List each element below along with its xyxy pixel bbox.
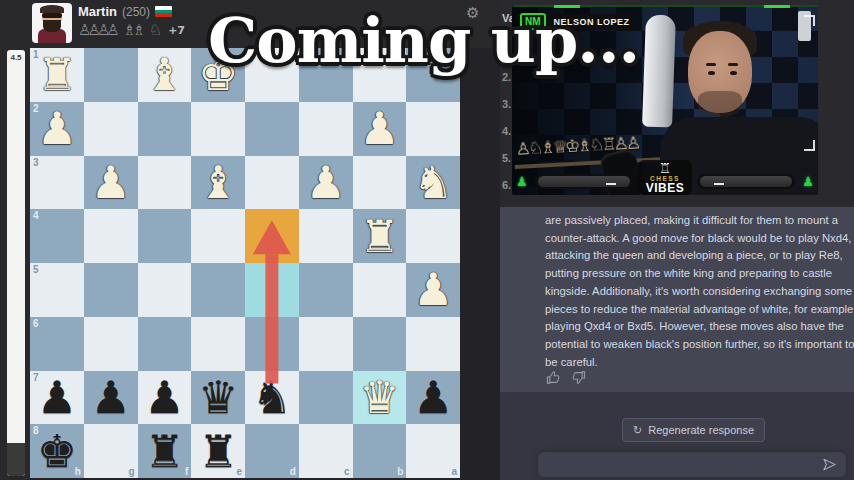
- square-g7[interactable]: ♟: [84, 371, 138, 425]
- white-rook[interactable]: ♜: [353, 209, 407, 263]
- square-c8[interactable]: c: [299, 424, 353, 478]
- thumbs-up-icon[interactable]: [546, 370, 561, 385]
- square-e2[interactable]: [191, 102, 245, 156]
- square-h2[interactable]: 2♟: [30, 102, 84, 156]
- rank-label: 6: [33, 318, 39, 329]
- evaluation-value: 4.5: [7, 53, 25, 62]
- square-f5[interactable]: [138, 263, 192, 317]
- chat-line: putting pressure on the white king and p…: [545, 265, 837, 283]
- black-pawn[interactable]: ♟: [84, 371, 138, 425]
- square-a2[interactable]: [406, 102, 460, 156]
- square-b4[interactable]: ♜: [353, 209, 407, 263]
- eval-sidebar: 4.5: [0, 0, 30, 480]
- square-f6[interactable]: [138, 317, 192, 371]
- rank-label: 8: [33, 425, 39, 436]
- black-pawn[interactable]: ♟: [138, 371, 192, 425]
- file-label: f: [185, 466, 188, 477]
- square-h6[interactable]: 6: [30, 317, 84, 371]
- square-a4[interactable]: [406, 209, 460, 263]
- square-c7[interactable]: [299, 371, 353, 425]
- square-e6[interactable]: [191, 317, 245, 371]
- chat-line: pieces to reduce the material advantage …: [545, 301, 837, 319]
- player-rating: (250): [122, 5, 150, 19]
- white-bishop[interactable]: ♝: [191, 156, 245, 210]
- square-g5[interactable]: [84, 263, 138, 317]
- rank-label: 5: [33, 264, 39, 275]
- rank-label: 2: [33, 103, 39, 114]
- square-d8[interactable]: d: [245, 424, 299, 478]
- square-a8[interactable]: a: [406, 424, 460, 478]
- white-pawn[interactable]: ♟: [406, 263, 460, 317]
- square-h5[interactable]: 5: [30, 263, 84, 317]
- square-c2[interactable]: [299, 102, 353, 156]
- chess-board[interactable]: 1♜♝♚2♟♟3♟♝♟♞4♜5♟67♟♟♟♛♞♛♟8h♚gf♜e♜dcba: [30, 48, 460, 478]
- square-d3[interactable]: [245, 156, 299, 210]
- chat-line: playing Qxd4 or Bxd5. However, these mov…: [545, 318, 837, 336]
- square-g6[interactable]: [84, 317, 138, 371]
- square-a7[interactable]: ♟: [406, 371, 460, 425]
- square-d6[interactable]: [245, 317, 299, 371]
- square-e7[interactable]: ♛: [191, 371, 245, 425]
- square-a3[interactable]: ♞: [406, 156, 460, 210]
- black-pawn[interactable]: ♟: [406, 371, 460, 425]
- square-h4[interactable]: 4: [30, 209, 84, 263]
- black-queen[interactable]: ♛: [191, 371, 245, 425]
- regenerate-icon: ↻: [633, 424, 642, 437]
- chat-line: attacking the queen and developing a pie…: [545, 247, 837, 265]
- evaluation-bar: 4.5: [7, 50, 25, 476]
- file-label: b: [397, 466, 403, 477]
- white-knight[interactable]: ♞: [406, 156, 460, 210]
- stream-screenshot: 4.5 Martin (250) ♙♙♙♙ ♗♗ ♘ +7 ⚙ 1♜♝♚2♟♟3…: [0, 0, 854, 480]
- captured-pawns-icon: ♙♙♙♙: [78, 21, 116, 39]
- square-d2[interactable]: [245, 102, 299, 156]
- file-label: d: [290, 466, 296, 477]
- square-f1[interactable]: ♝: [138, 48, 192, 102]
- white-queen[interactable]: ♛: [353, 371, 407, 425]
- green-pawn-icon: ♟: [802, 174, 814, 189]
- square-f7[interactable]: ♟: [138, 371, 192, 425]
- send-icon[interactable]: [822, 457, 837, 472]
- avatar[interactable]: [32, 3, 72, 43]
- square-g3[interactable]: ♟: [84, 156, 138, 210]
- white-pawn[interactable]: ♟: [353, 102, 407, 156]
- chess-vibes-logo: ♖ CHESS VIBES: [638, 160, 692, 195]
- move-number: 3.: [502, 98, 511, 110]
- evaluation-bar-black-segment: [7, 443, 25, 476]
- move-number: 6.: [502, 179, 511, 191]
- chat-line: kingside. Additionally, it's worth consi…: [545, 283, 837, 301]
- assistant-message: are passively placed, making it difficul…: [500, 207, 854, 392]
- black-knight[interactable]: ♞: [245, 371, 299, 425]
- winged-rook-icon: ♖: [638, 162, 692, 175]
- square-e8[interactable]: e♜: [191, 424, 245, 478]
- move-number: 4.: [502, 125, 511, 137]
- square-b7[interactable]: ♛: [353, 371, 407, 425]
- square-e4[interactable]: [191, 209, 245, 263]
- bulgaria-flag-icon: [155, 6, 172, 17]
- material-score: +7: [168, 24, 185, 37]
- square-d4[interactable]: [245, 209, 299, 263]
- square-b6[interactable]: [353, 317, 407, 371]
- chat-footer: ↻ Regenerate response: [500, 392, 854, 480]
- square-d7[interactable]: ♞: [245, 371, 299, 425]
- chat-line: potential to weaken black's position fur…: [545, 336, 837, 354]
- white-bishop[interactable]: ♝: [138, 48, 192, 102]
- chat-input[interactable]: [538, 452, 846, 477]
- green-pawn-icon: ♟: [516, 174, 528, 189]
- square-h7[interactable]: 7♟: [30, 371, 84, 425]
- square-h8[interactable]: 8h♚: [30, 424, 84, 478]
- square-b8[interactable]: b: [353, 424, 407, 478]
- square-c5[interactable]: [299, 263, 353, 317]
- square-a5[interactable]: ♟: [406, 263, 460, 317]
- square-g4[interactable]: [84, 209, 138, 263]
- player-name[interactable]: Martin: [78, 4, 117, 19]
- file-label: e: [236, 466, 242, 477]
- file-label: a: [451, 466, 457, 477]
- square-g8[interactable]: g: [84, 424, 138, 478]
- square-a6[interactable]: [406, 317, 460, 371]
- file-label: h: [75, 466, 81, 477]
- coming-up-overlay-text: Coming up...: [208, 4, 639, 77]
- chat-line: counter-attack. A good move for black wo…: [545, 230, 837, 248]
- captured-pieces: ♙♙♙♙ ♗♗ ♘ +7: [78, 21, 185, 39]
- file-label: g: [128, 466, 134, 477]
- captured-knight-icon: ♘: [149, 21, 158, 39]
- file-label: c: [344, 466, 350, 477]
- square-b5[interactable]: [353, 263, 407, 317]
- white-pawn[interactable]: ♟: [84, 156, 138, 210]
- captured-bishops-icon: ♗♗: [123, 21, 142, 39]
- move-number: 5.: [502, 152, 511, 164]
- square-e5[interactable]: [191, 263, 245, 317]
- square-e3[interactable]: ♝: [191, 156, 245, 210]
- left-clock-bar: [535, 174, 633, 189]
- square-f4[interactable]: [138, 209, 192, 263]
- square-h3[interactable]: 3: [30, 156, 84, 210]
- chat-line: are passively placed, making it difficul…: [545, 212, 837, 230]
- white-cylinder-prop: [642, 15, 676, 128]
- chat-line: be careful.: [545, 354, 837, 372]
- square-b3[interactable]: [353, 156, 407, 210]
- white-pawn[interactable]: ♟: [299, 156, 353, 210]
- square-d5[interactable]: [245, 263, 299, 317]
- right-clock-bar: [697, 174, 795, 189]
- square-h1[interactable]: 1♜: [30, 48, 84, 102]
- thumbs-down-icon[interactable]: [571, 370, 586, 385]
- rank-label: 7: [33, 372, 39, 383]
- assistant-message-text: are passively placed, making it difficul…: [545, 212, 837, 371]
- rank-label: 1: [33, 49, 39, 60]
- square-f8[interactable]: f♜: [138, 424, 192, 478]
- square-c4[interactable]: [299, 209, 353, 263]
- regenerate-response-button[interactable]: ↻ Regenerate response: [622, 418, 765, 442]
- square-f2[interactable]: [138, 102, 192, 156]
- square-b2[interactable]: ♟: [353, 102, 407, 156]
- square-g2[interactable]: [84, 102, 138, 156]
- black-rook[interactable]: ♜: [138, 424, 192, 478]
- frame-bracket-icon: [804, 140, 815, 151]
- square-f3[interactable]: [138, 156, 192, 210]
- rank-label: 4: [33, 210, 39, 221]
- rank-label: 3: [33, 157, 39, 168]
- square-g1[interactable]: [84, 48, 138, 102]
- frame-bracket-icon: [804, 15, 815, 26]
- square-c6[interactable]: [299, 317, 353, 371]
- square-c3[interactable]: ♟: [299, 156, 353, 210]
